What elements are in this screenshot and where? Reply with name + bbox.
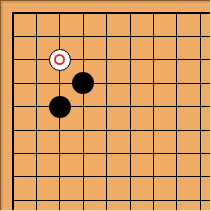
stone-black [72,72,94,94]
go-diagram [0,0,211,211]
circle-marker [54,54,65,65]
stones-layer [0,0,211,211]
stone-white [49,49,71,71]
stone-black [49,96,71,118]
